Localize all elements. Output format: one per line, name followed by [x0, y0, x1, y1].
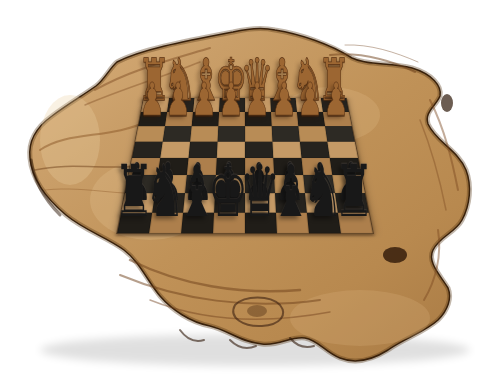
product-photo: ♜♞♝♛♚♝♞♜♟♟♟♟♟♟♟♟♟♟♟♟♟♟♟♟♜♞♝♛♚♝♞♜: [0, 0, 500, 375]
square-b7: [305, 193, 338, 212]
square-d3: [245, 126, 272, 141]
square-d1: [245, 98, 271, 112]
square-e6: [215, 175, 245, 193]
square-h8: [117, 213, 152, 234]
square-g4: [160, 142, 190, 158]
square-e8: [213, 213, 245, 234]
square-c8: [276, 213, 309, 234]
square-f5: [187, 158, 217, 175]
square-h2: [138, 112, 167, 126]
square-d6: [245, 175, 275, 193]
square-a4: [327, 142, 358, 158]
square-f7: [183, 193, 215, 212]
square-g7: [152, 193, 185, 212]
square-a2: [323, 112, 352, 126]
square-h7: [121, 193, 155, 212]
square-c6: [274, 175, 305, 193]
square-e7: [214, 193, 245, 212]
square-h4: [132, 142, 163, 158]
square-b3: [298, 126, 327, 141]
chess-board: [116, 98, 374, 234]
square-a1: [321, 98, 349, 112]
square-a7: [335, 193, 369, 212]
square-b2: [297, 112, 325, 126]
square-f6: [185, 175, 216, 193]
square-h6: [125, 175, 158, 193]
square-d4: [245, 142, 273, 158]
square-d2: [245, 112, 272, 126]
square-c1: [270, 98, 297, 112]
square-d5: [245, 158, 274, 175]
square-b8: [307, 213, 341, 234]
square-c7: [275, 193, 307, 212]
square-h1: [141, 98, 169, 112]
square-a5: [330, 158, 362, 175]
square-c2: [271, 112, 298, 126]
square-c5: [273, 158, 303, 175]
square-f8: [181, 213, 214, 234]
square-g6: [155, 175, 187, 193]
square-e4: [217, 142, 245, 158]
square-g5: [158, 158, 189, 175]
square-c3: [272, 126, 300, 141]
square-a3: [325, 126, 355, 141]
square-h5: [129, 158, 161, 175]
square-e5: [216, 158, 245, 175]
square-e1: [219, 98, 245, 112]
square-b1: [296, 98, 323, 112]
square-d8: [245, 213, 277, 234]
square-f1: [193, 98, 220, 112]
square-b6: [303, 175, 335, 193]
square-e3: [218, 126, 245, 141]
square-a8: [338, 213, 373, 234]
square-f3: [190, 126, 218, 141]
square-d7: [245, 193, 276, 212]
square-a6: [332, 175, 365, 193]
square-g2: [165, 112, 193, 126]
square-f2: [192, 112, 219, 126]
square-c4: [272, 142, 301, 158]
square-g8: [149, 213, 183, 234]
square-b5: [301, 158, 332, 175]
square-g3: [163, 126, 192, 141]
square-e2: [218, 112, 245, 126]
square-g1: [167, 98, 194, 112]
square-f4: [189, 142, 218, 158]
square-b4: [300, 142, 330, 158]
square-h3: [135, 126, 165, 141]
